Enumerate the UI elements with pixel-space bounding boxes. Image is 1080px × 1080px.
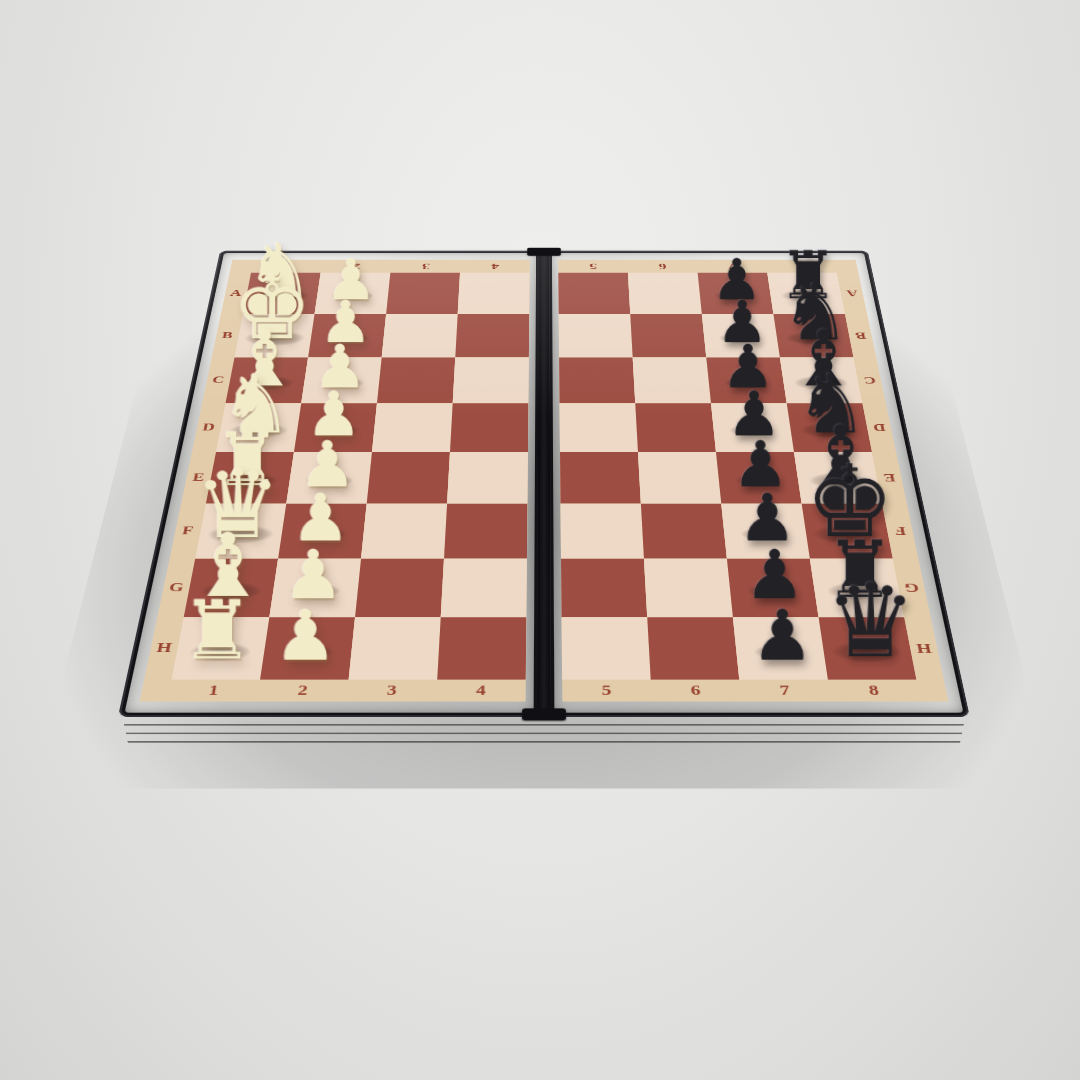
hinge-latch-near bbox=[522, 708, 566, 720]
square-e6 bbox=[638, 452, 721, 504]
piece-shadow bbox=[747, 584, 799, 598]
piece-shadow bbox=[808, 473, 868, 489]
piece-shadow bbox=[734, 474, 782, 487]
black-pawn-h7: ♟ bbox=[733, 617, 828, 680]
piece-shadow bbox=[812, 525, 882, 544]
rank-label-near-8: 8 bbox=[828, 680, 921, 702]
black-pawn-e7: ♟ bbox=[716, 452, 802, 504]
rank-label-near-3: 3 bbox=[346, 680, 437, 702]
rank-label-near-4: 4 bbox=[436, 680, 526, 702]
white-pawn-e2: ♟ bbox=[286, 452, 372, 504]
rank-label-near-1: 1 bbox=[167, 680, 260, 702]
black-bishop-e8: ♝ bbox=[794, 452, 882, 504]
piece-shadow bbox=[290, 584, 342, 598]
piece-shadow bbox=[754, 644, 807, 659]
square-f3 bbox=[361, 504, 447, 559]
piece-shadow bbox=[189, 643, 253, 662]
white-bishop-g1: ♝ bbox=[184, 559, 278, 618]
piece-shadow bbox=[199, 582, 263, 600]
black-king-f8: ♚ bbox=[802, 504, 893, 559]
chess-board: AABBCCDDEEFFGGHH1122334455667788♞♚♝♞♜♛♝♜… bbox=[118, 251, 970, 717]
square-h5 bbox=[562, 617, 651, 680]
piece-shadow bbox=[740, 527, 790, 540]
white-pawn-h2: ♟ bbox=[260, 617, 355, 680]
square-e3 bbox=[367, 452, 450, 504]
square-h3 bbox=[349, 617, 441, 680]
square-e4 bbox=[447, 452, 528, 504]
rank-label-near-5: 5 bbox=[562, 680, 652, 702]
piece-shadow bbox=[298, 527, 348, 540]
square-f4 bbox=[444, 504, 527, 559]
piece-shadow bbox=[281, 644, 334, 659]
black-pawn-g7: ♟ bbox=[727, 559, 819, 618]
square-g4 bbox=[441, 559, 527, 618]
square-g3 bbox=[355, 559, 444, 618]
black-pawn-f7: ♟ bbox=[721, 504, 810, 559]
square-e5 bbox=[560, 452, 641, 504]
piece-shadow bbox=[831, 641, 904, 662]
product-photo-scene: AABBCCDDEEFFGGHH1122334455667788♞♚♝♞♜♛♝♜… bbox=[0, 0, 1080, 1080]
rank-label-near-2: 2 bbox=[257, 680, 349, 702]
white-queen-f1: ♛ bbox=[195, 504, 286, 559]
black-rook-g8: ♜ bbox=[810, 559, 904, 618]
piece-shadow bbox=[826, 582, 887, 599]
white-pawn-g2: ♟ bbox=[269, 559, 361, 618]
square-g5 bbox=[561, 559, 647, 618]
black-queen-h8: ♛ bbox=[819, 617, 917, 680]
piece-shadow bbox=[207, 525, 275, 543]
hinge-latch-far bbox=[527, 248, 561, 256]
square-g6 bbox=[644, 559, 733, 618]
piece-shadow bbox=[221, 473, 279, 488]
white-rook-e1: ♜ bbox=[206, 452, 294, 504]
square-f5 bbox=[560, 504, 643, 559]
white-pawn-f2: ♟ bbox=[278, 504, 367, 559]
square-f6 bbox=[641, 504, 727, 559]
square-h6 bbox=[647, 617, 739, 680]
square-h4 bbox=[437, 617, 526, 680]
piece-shadow bbox=[305, 474, 353, 487]
rank-label-near-7: 7 bbox=[739, 680, 831, 702]
white-rook-h1: ♜ bbox=[171, 617, 269, 680]
rank-label-near-6: 6 bbox=[651, 680, 742, 702]
